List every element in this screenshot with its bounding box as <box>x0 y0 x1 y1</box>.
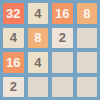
tile-4-r2c1: 4 <box>3 28 24 49</box>
tile-8-r1c4: 8 <box>77 3 98 24</box>
empty-cell-r4c2 <box>28 77 49 98</box>
tile-16-r3c1: 16 <box>3 52 24 73</box>
empty-cell-r3c4 <box>77 52 98 73</box>
empty-cell-r2c4 <box>77 28 98 49</box>
empty-cell-r4c3 <box>52 77 73 98</box>
tile-8-r2c2: 8 <box>28 28 49 49</box>
tile-2-r2c3: 2 <box>52 28 73 49</box>
tile-4-r3c2: 4 <box>28 52 49 73</box>
tile-2-r4c1: 2 <box>3 77 24 98</box>
tile-4-r1c2: 4 <box>28 3 49 24</box>
empty-cell-r3c3 <box>52 52 73 73</box>
board-2048[interactable]: 3241684821642 <box>0 0 100 100</box>
tile-16-r1c3: 16 <box>52 3 73 24</box>
tile-32-r1c1: 32 <box>3 3 24 24</box>
empty-cell-r4c4 <box>77 77 98 98</box>
